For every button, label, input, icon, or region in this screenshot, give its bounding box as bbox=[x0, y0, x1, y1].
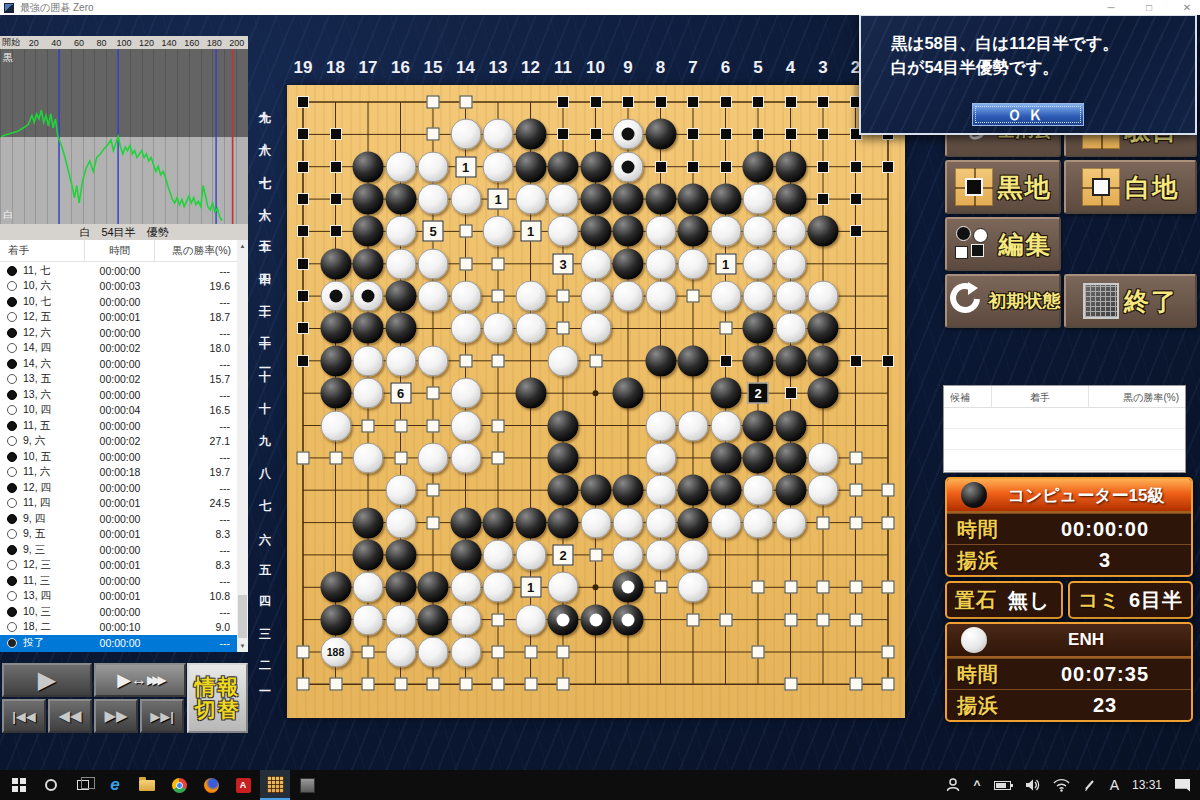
black-territory-marker bbox=[850, 193, 862, 205]
white-stone bbox=[483, 119, 514, 150]
winrate-graph: 黒 白 bbox=[0, 49, 248, 224]
white-stone bbox=[483, 572, 514, 603]
black-player-name: コンピューター15級 bbox=[987, 484, 1191, 507]
autoplay-arrows-icon: ↔ bbox=[131, 671, 147, 689]
column-label: 3 bbox=[818, 58, 827, 78]
white-territory-marker bbox=[362, 678, 375, 691]
black-stone bbox=[678, 475, 709, 506]
white-territory-marker bbox=[394, 451, 407, 464]
black-stone bbox=[710, 184, 741, 215]
black-territory-marker bbox=[297, 161, 309, 173]
move-time: 00:00:02 bbox=[85, 373, 155, 385]
white-territory-marker bbox=[394, 419, 407, 432]
step-forward-button[interactable]: ▶▶ bbox=[94, 699, 138, 733]
白地-button[interactable]: 白地 bbox=[1064, 160, 1197, 214]
window-title: 最強の囲碁 Zero bbox=[20, 1, 94, 15]
move-row[interactable]: 10, 七00:00:00--- bbox=[0, 294, 237, 310]
white-stone bbox=[320, 410, 351, 441]
black-stone-icon bbox=[7, 297, 17, 307]
white-territory-marker bbox=[817, 613, 830, 626]
autoplay-button[interactable]: ▶ ↔ ▶▶▶ bbox=[94, 663, 186, 697]
column-label: 12 bbox=[521, 58, 540, 78]
move-row[interactable]: 13, 六00:00:00--- bbox=[0, 387, 237, 403]
move-coord: 12, 六 bbox=[23, 326, 85, 340]
white-stone bbox=[418, 151, 449, 182]
reset-arrow-icon bbox=[946, 280, 984, 322]
task-view-taskbar-icon[interactable] bbox=[68, 770, 98, 800]
white-stone bbox=[775, 281, 806, 312]
system-tray: ^ A 13:31 bbox=[945, 770, 1200, 800]
move-coord: 13, 四 bbox=[23, 589, 85, 603]
column-label: 6 bbox=[721, 58, 730, 78]
row-label: 一 bbox=[256, 684, 273, 685]
black-territory-marker bbox=[785, 128, 797, 140]
move-rate: 18.7 bbox=[155, 311, 237, 323]
black-stone bbox=[808, 345, 839, 376]
black-stone bbox=[743, 442, 774, 473]
black-territory-marker bbox=[850, 161, 862, 173]
black-stone bbox=[710, 475, 741, 506]
white-stone bbox=[450, 184, 481, 215]
graph-tick-label: 200 bbox=[225, 38, 248, 48]
black-stone bbox=[613, 216, 644, 247]
black-territory-tile-icon bbox=[955, 168, 993, 206]
black-stone bbox=[353, 313, 384, 344]
white-stone bbox=[450, 636, 481, 667]
white-territory-marker bbox=[492, 290, 505, 303]
white-time-label: 時間 bbox=[947, 661, 1019, 688]
black-territory-marker bbox=[752, 96, 764, 108]
notification-icon[interactable] bbox=[1175, 779, 1190, 792]
row-label: 三 bbox=[256, 619, 273, 620]
white-stone bbox=[808, 475, 839, 506]
move-rate: 19.7 bbox=[155, 466, 237, 478]
white-stone bbox=[743, 184, 774, 215]
black-stone bbox=[418, 604, 449, 635]
move-row[interactable]: 投了00:00:00--- bbox=[0, 635, 237, 652]
white-stone bbox=[418, 248, 449, 279]
move-time: 00:00:00 bbox=[85, 327, 155, 339]
start-taskbar-icon[interactable] bbox=[4, 770, 34, 800]
black-stone bbox=[775, 442, 806, 473]
move-time: 00:00:00 bbox=[85, 358, 155, 370]
white-territory-marker bbox=[329, 451, 342, 464]
move-rate: --- bbox=[155, 575, 237, 587]
white-stone bbox=[450, 572, 481, 603]
acrobat-taskbar-icon[interactable]: A bbox=[228, 770, 258, 800]
black-territory-marker bbox=[720, 161, 732, 173]
move-coord: 12, 三 bbox=[23, 558, 85, 572]
column-label: 7 bbox=[688, 58, 697, 78]
black-territory-marker bbox=[720, 96, 732, 108]
black-territory-marker bbox=[785, 387, 797, 399]
button-label: 白地 bbox=[1125, 171, 1179, 204]
skip-to-start-button[interactable]: |◀◀ bbox=[2, 699, 46, 733]
black-stone bbox=[320, 378, 351, 409]
white-territory-marker bbox=[882, 581, 895, 594]
move-time: 00:00:02 bbox=[85, 435, 155, 447]
white-territory-marker bbox=[882, 678, 895, 691]
white-player-panel: ENH 時間 00:07:35 揚浜 23 bbox=[945, 622, 1193, 722]
scrollbar-thumb[interactable] bbox=[238, 595, 247, 638]
misc-app-taskbar-icon[interactable] bbox=[292, 770, 322, 800]
candidate-row bbox=[944, 450, 1185, 471]
black-stone bbox=[808, 216, 839, 247]
move-row[interactable]: 10, 六00:00:0319.6 bbox=[0, 279, 237, 295]
move-coord: 14, 六 bbox=[23, 357, 85, 371]
white-stone-icon bbox=[7, 498, 17, 508]
black-stone bbox=[353, 539, 384, 570]
score-status: 白 54目半 優勢 bbox=[0, 224, 248, 240]
search-taskbar-icon[interactable] bbox=[36, 770, 66, 800]
white-territory-marker bbox=[427, 516, 440, 529]
move-row[interactable]: 18, 二00:00:109.0 bbox=[0, 620, 237, 636]
move-coord: 10, 四 bbox=[23, 403, 85, 417]
white-stone bbox=[483, 313, 514, 344]
wifi-icon[interactable] bbox=[1053, 778, 1070, 792]
app-icon bbox=[4, 3, 14, 13]
white-stone bbox=[515, 604, 546, 635]
column-label: 4 bbox=[786, 58, 795, 78]
taskbar-clock[interactable]: 13:31 bbox=[1132, 778, 1162, 792]
move-row[interactable]: 12, 三00:00:018.3 bbox=[0, 558, 237, 574]
chrome-taskbar-icon[interactable] bbox=[164, 770, 194, 800]
white-stone-icon bbox=[7, 312, 17, 322]
move-row[interactable]: 9, 六00:00:0227.1 bbox=[0, 434, 237, 450]
battery-icon[interactable] bbox=[994, 781, 1011, 790]
black-stone-icon bbox=[7, 545, 17, 555]
black-territory-marker bbox=[330, 161, 342, 173]
row-label: 十 bbox=[256, 393, 273, 394]
white-territory-marker bbox=[362, 419, 375, 432]
white-stone-icon bbox=[961, 627, 987, 653]
handicap-value: 無し bbox=[997, 587, 1061, 614]
white-territory-marker bbox=[719, 322, 732, 335]
column-label: 14 bbox=[456, 58, 475, 78]
move-row[interactable]: 10, 五00:00:00--- bbox=[0, 449, 237, 465]
move-time: 00:00:00 bbox=[85, 513, 155, 525]
move-coord: 投了 bbox=[23, 636, 85, 650]
komi-value: 6目半 bbox=[1121, 587, 1191, 614]
black-stone-icon bbox=[7, 514, 17, 524]
move-time: 00:00:01 bbox=[85, 311, 155, 323]
white-stone bbox=[418, 636, 449, 667]
white-player-name: ENH bbox=[987, 630, 1191, 650]
black-captures-value: 3 bbox=[1019, 549, 1191, 572]
move-row[interactable]: 12, 六00:00:00--- bbox=[0, 325, 237, 341]
white-stone bbox=[353, 604, 384, 635]
dead-black-stone bbox=[613, 572, 644, 603]
black-stone bbox=[320, 313, 351, 344]
move-rate: --- bbox=[155, 358, 237, 370]
black-stone-icon bbox=[7, 607, 17, 617]
step-back-button[interactable]: ◀◀ bbox=[48, 699, 92, 733]
column-label: 19 bbox=[294, 58, 313, 78]
screen: 最強の囲碁 Zero ─ □ ✕ 開始204060801001201401601… bbox=[0, 0, 1200, 800]
play-button[interactable]: ▶ bbox=[2, 663, 92, 697]
black-stone bbox=[548, 507, 579, 538]
black-stone bbox=[353, 184, 384, 215]
komi-box: コミ 6目半 bbox=[1068, 581, 1193, 619]
close-button[interactable]: ✕ bbox=[1180, 2, 1194, 13]
white-stone bbox=[548, 345, 579, 376]
move-row[interactable]: 11, 四00:00:0124.5 bbox=[0, 496, 237, 512]
move-row[interactable]: 9, 五00:00:018.3 bbox=[0, 527, 237, 543]
move-rate: --- bbox=[155, 513, 237, 525]
move-row[interactable]: 9, 四00:00:00--- bbox=[0, 511, 237, 527]
black-stone bbox=[548, 475, 579, 506]
step-forward-icon: ▶▶ bbox=[104, 707, 127, 725]
komi-label: コミ bbox=[1070, 587, 1121, 614]
move-time: 00:00:00 bbox=[85, 451, 155, 463]
black-stone-icon bbox=[7, 638, 17, 648]
column-label: 15 bbox=[424, 58, 443, 78]
white-territory-marker bbox=[849, 613, 862, 626]
move-row[interactable]: 13, 四00:00:0110.8 bbox=[0, 589, 237, 605]
dead-white-stone bbox=[320, 281, 351, 312]
white-territory-marker bbox=[882, 516, 895, 529]
終了-button[interactable]: 終了 bbox=[1064, 274, 1197, 328]
black-territory-marker bbox=[882, 161, 894, 173]
black-stone-icon bbox=[7, 421, 17, 431]
move-row[interactable]: 12, 五00:00:0118.7 bbox=[0, 310, 237, 326]
white-number-marker: 1 bbox=[488, 189, 509, 210]
編集-button[interactable]: 編集 bbox=[945, 217, 1061, 271]
move-row[interactable]: 10, 三00:00:00--- bbox=[0, 604, 237, 620]
dead-white-stone bbox=[613, 119, 644, 150]
black-stone bbox=[775, 475, 806, 506]
move-rate: 16.5 bbox=[155, 404, 237, 416]
white-territory-marker bbox=[362, 645, 375, 658]
score-dialog-line2: 白が54目半優勢です。 bbox=[891, 56, 1195, 80]
white-stone bbox=[450, 281, 481, 312]
move-row[interactable]: 11, 六00:00:1819.7 bbox=[0, 465, 237, 481]
初期状態-button[interactable]: 初期状態 bbox=[945, 274, 1061, 328]
white-territory-marker bbox=[492, 645, 505, 658]
move-coord: 9, 五 bbox=[23, 527, 85, 541]
white-stone-icon bbox=[7, 560, 17, 570]
col-time: 時間 bbox=[85, 240, 155, 261]
pen-icon[interactable] bbox=[1083, 778, 1097, 792]
dead-black-stone bbox=[613, 604, 644, 635]
black-territory-marker bbox=[752, 128, 764, 140]
scroll-up-icon[interactable]: ▲ bbox=[237, 240, 248, 252]
white-territory-marker bbox=[752, 581, 765, 594]
black-territory-marker bbox=[720, 128, 732, 140]
move-time: 00:00:01 bbox=[85, 528, 155, 540]
black-stone bbox=[353, 151, 384, 182]
move-row[interactable]: 11, 五00:00:00--- bbox=[0, 418, 237, 434]
dead-white-stone bbox=[613, 151, 644, 182]
column-label: 18 bbox=[326, 58, 345, 78]
black-stone bbox=[775, 345, 806, 376]
white-territory-marker bbox=[752, 645, 765, 658]
black-stone bbox=[613, 378, 644, 409]
people-icon[interactable] bbox=[945, 777, 961, 793]
white-stone bbox=[385, 216, 416, 247]
row-label: 二 bbox=[256, 651, 273, 652]
scroll-down-icon[interactable]: ▼ bbox=[237, 640, 248, 652]
white-stone bbox=[580, 281, 611, 312]
skip-to-end-button[interactable]: ▶▶| bbox=[140, 699, 184, 733]
cand-col-candidate: 候補 bbox=[944, 386, 992, 407]
graph-tick-label: 20 bbox=[23, 38, 46, 48]
black-stone bbox=[613, 184, 644, 215]
skip-end-icon: ▶▶| bbox=[150, 709, 174, 724]
file-explorer-taskbar-icon[interactable] bbox=[132, 770, 162, 800]
ok-button[interactable]: ＯＫ bbox=[972, 103, 1084, 126]
white-stone bbox=[385, 345, 416, 376]
black-stone bbox=[613, 248, 644, 279]
white-stone bbox=[743, 475, 774, 506]
white-captures-label: 揚浜 bbox=[947, 692, 1019, 719]
play-icon: ▶ bbox=[38, 666, 56, 694]
black-stone bbox=[353, 248, 384, 279]
move-rate: --- bbox=[155, 544, 237, 556]
white-stone bbox=[385, 151, 416, 182]
move-rate: --- bbox=[155, 389, 237, 401]
white-stone bbox=[645, 475, 676, 506]
graph-black-label: 黒 bbox=[3, 51, 13, 65]
white-stone bbox=[418, 281, 449, 312]
white-stone bbox=[808, 442, 839, 473]
move-row[interactable]: 12, 四00:00:00--- bbox=[0, 480, 237, 496]
black-territory-marker bbox=[850, 225, 862, 237]
white-territory-marker bbox=[557, 645, 570, 658]
white-stone bbox=[580, 507, 611, 538]
column-label: 10 bbox=[586, 58, 605, 78]
white-stone bbox=[678, 248, 709, 279]
maximize-button[interactable]: □ bbox=[1142, 2, 1156, 13]
graph-white-label: 白 bbox=[3, 208, 13, 222]
row-label: 十五 bbox=[256, 230, 273, 232]
black-stone bbox=[548, 442, 579, 473]
row-label: 十九 bbox=[256, 101, 273, 103]
move-time: 00:00:00 bbox=[85, 482, 155, 494]
black-stone bbox=[385, 281, 416, 312]
move-rate: 8.3 bbox=[155, 528, 237, 540]
graph-x-axis: 開始20406080100120140160180200 bbox=[0, 36, 248, 49]
move-list-scrollbar[interactable]: ▲ ▼ bbox=[237, 240, 248, 652]
black-territory-marker bbox=[687, 128, 699, 140]
move-time: 00:00:01 bbox=[85, 590, 155, 602]
move-row[interactable]: 10, 四00:00:0416.5 bbox=[0, 403, 237, 419]
graph-tick-label: 140 bbox=[158, 38, 181, 48]
white-stone bbox=[645, 442, 676, 473]
white-number-marker: 1 bbox=[455, 156, 476, 177]
white-territory-marker bbox=[849, 516, 862, 529]
info-toggle-button[interactable]: 情報 切替 bbox=[187, 663, 248, 733]
white-territory-marker bbox=[394, 678, 407, 691]
edge-taskbar-icon[interactable]: e bbox=[100, 770, 130, 800]
white-stone bbox=[710, 281, 741, 312]
move-rate: 15.7 bbox=[155, 373, 237, 385]
white-stone bbox=[743, 248, 774, 279]
black-territory-marker bbox=[850, 355, 862, 367]
white-territory-marker bbox=[297, 451, 310, 464]
move-rate: --- bbox=[155, 606, 237, 618]
end-grid-icon bbox=[1083, 283, 1119, 319]
move-rate: 24.5 bbox=[155, 497, 237, 509]
white-territory-marker bbox=[849, 581, 862, 594]
row-label: 十六 bbox=[256, 198, 273, 200]
white-number-marker: 1 bbox=[520, 577, 541, 598]
black-territory-marker bbox=[297, 290, 309, 302]
black-stone bbox=[580, 475, 611, 506]
black-territory-marker bbox=[297, 193, 309, 205]
move-row[interactable]: 14, 六00:00:00--- bbox=[0, 356, 237, 372]
autoplay-play-icon: ▶ bbox=[117, 669, 131, 691]
white-stone bbox=[645, 216, 676, 247]
black-stone bbox=[808, 313, 839, 344]
minimize-button[interactable]: ─ bbox=[1104, 2, 1118, 13]
button-label: 編集 bbox=[999, 228, 1053, 261]
black-territory-marker bbox=[297, 355, 309, 367]
column-label: 17 bbox=[359, 58, 378, 78]
white-stone bbox=[775, 507, 806, 538]
dead-white-stone bbox=[353, 281, 384, 312]
white-stone bbox=[353, 442, 384, 473]
ime-indicator[interactable]: A bbox=[1110, 777, 1119, 793]
move-coord: 11, 五 bbox=[23, 419, 85, 433]
white-captures-value: 23 bbox=[1019, 694, 1191, 717]
white-stone bbox=[775, 216, 806, 247]
move-row[interactable]: 14, 四00:00:0218.0 bbox=[0, 341, 237, 357]
black-stone bbox=[418, 572, 449, 603]
last-move-stone: 188 bbox=[320, 636, 351, 667]
black-stone bbox=[320, 345, 351, 376]
white-territory-marker bbox=[459, 678, 472, 691]
white-territory-marker bbox=[849, 678, 862, 691]
white-territory-marker bbox=[817, 581, 830, 594]
hidden-icons-chevron[interactable]: ^ bbox=[974, 778, 981, 792]
black-territory-marker bbox=[882, 355, 894, 367]
white-territory-marker bbox=[329, 678, 342, 691]
white-time-value: 00:07:35 bbox=[1019, 663, 1191, 686]
white-territory-marker bbox=[427, 128, 440, 141]
黒地-button[interactable]: 黒地 bbox=[945, 160, 1061, 214]
volume-icon[interactable] bbox=[1024, 777, 1040, 793]
black-stone bbox=[450, 507, 481, 538]
move-row[interactable]: 11, 七00:00:00--- bbox=[0, 263, 237, 279]
move-time: 00:00:01 bbox=[85, 497, 155, 509]
move-row[interactable]: 13, 五00:00:0215.7 bbox=[0, 372, 237, 388]
black-territory-marker bbox=[557, 96, 569, 108]
black-stone-icon bbox=[7, 359, 17, 369]
firefox-taskbar-icon[interactable] bbox=[196, 770, 226, 800]
white-stone bbox=[580, 248, 611, 279]
move-row[interactable]: 11, 三00:00:00--- bbox=[0, 573, 237, 589]
white-territory-marker bbox=[459, 354, 472, 367]
skip-start-icon: |◀◀ bbox=[12, 709, 36, 724]
black-stone bbox=[385, 539, 416, 570]
row-label: 十一 bbox=[256, 360, 273, 362]
black-territory-marker bbox=[297, 225, 309, 237]
board-surface[interactable]: 1151316221188 bbox=[287, 85, 905, 718]
white-stone-icon bbox=[7, 467, 17, 477]
black-territory-marker bbox=[785, 96, 797, 108]
black-stone bbox=[743, 313, 774, 344]
move-time: 00:00:03 bbox=[85, 280, 155, 292]
black-territory-marker bbox=[817, 193, 829, 205]
white-number-marker: 6 bbox=[390, 383, 411, 404]
white-stone bbox=[418, 345, 449, 376]
white-stone bbox=[808, 281, 839, 312]
move-row[interactable]: 9, 三00:00:00--- bbox=[0, 542, 237, 558]
move-rate: --- bbox=[155, 420, 237, 432]
row-label: 十二 bbox=[256, 327, 273, 329]
go-app-taskbar-icon[interactable] bbox=[260, 770, 290, 800]
